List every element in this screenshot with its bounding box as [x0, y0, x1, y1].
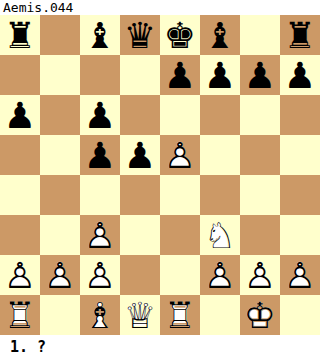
square-f1[interactable] — [200, 295, 240, 335]
square-g1[interactable]: ♚♔ — [240, 295, 280, 335]
piece-white-pawn: ♙ — [80, 255, 120, 295]
square-c7[interactable] — [80, 55, 120, 95]
piece-white-bishop: ♗ — [80, 295, 120, 335]
piece-white-pawn: ♙ — [200, 255, 240, 295]
piece-white-rook-fill: ♜ — [0, 295, 40, 335]
square-f5[interactable] — [200, 135, 240, 175]
square-d5[interactable]: ♟ — [120, 135, 160, 175]
square-c1[interactable]: ♝♗ — [80, 295, 120, 335]
piece-white-pawn-fill: ♟ — [200, 255, 240, 295]
piece-white-pawn-fill: ♟ — [80, 215, 120, 255]
square-d1[interactable]: ♛♕ — [120, 295, 160, 335]
square-h4[interactable] — [280, 175, 320, 215]
square-f2[interactable]: ♟♙ — [200, 255, 240, 295]
square-e6[interactable] — [160, 95, 200, 135]
square-a5[interactable] — [0, 135, 40, 175]
square-e1[interactable]: ♜♖ — [160, 295, 200, 335]
square-a7[interactable] — [0, 55, 40, 95]
square-a8[interactable]: ♜ — [0, 15, 40, 55]
square-d3[interactable] — [120, 215, 160, 255]
square-f7[interactable]: ♟ — [200, 55, 240, 95]
square-b4[interactable] — [40, 175, 80, 215]
square-g3[interactable] — [240, 215, 280, 255]
square-c4[interactable] — [80, 175, 120, 215]
piece-black-pawn: ♟ — [160, 55, 200, 95]
piece-white-pawn: ♙ — [0, 255, 40, 295]
square-h8[interactable]: ♜ — [280, 15, 320, 55]
square-g7[interactable]: ♟ — [240, 55, 280, 95]
square-h6[interactable] — [280, 95, 320, 135]
piece-black-pawn: ♟ — [0, 95, 40, 135]
square-c6[interactable]: ♟ — [80, 95, 120, 135]
square-h5[interactable] — [280, 135, 320, 175]
square-h7[interactable]: ♟ — [280, 55, 320, 95]
puzzle-title: Aemis.044 — [0, 0, 320, 15]
piece-white-rook: ♖ — [0, 295, 40, 335]
piece-white-pawn-fill: ♟ — [0, 255, 40, 295]
piece-white-pawn: ♙ — [80, 215, 120, 255]
chess-board: ♜♝♛♚♝♜♟♟♟♟♟♟♟♟♟♙♟♙♞♘♟♙♟♙♟♙♟♙♟♙♟♙♜♖♝♗♛♕♜♖… — [0, 15, 320, 335]
piece-white-pawn-fill: ♟ — [280, 255, 320, 295]
piece-black-pawn: ♟ — [200, 55, 240, 95]
piece-white-pawn: ♙ — [160, 135, 200, 175]
square-b1[interactable] — [40, 295, 80, 335]
piece-black-queen: ♛ — [120, 15, 160, 55]
square-a3[interactable] — [0, 215, 40, 255]
piece-black-bishop: ♝ — [80, 15, 120, 55]
piece-white-bishop-fill: ♝ — [80, 295, 120, 335]
square-b2[interactable]: ♟♙ — [40, 255, 80, 295]
square-f8[interactable]: ♝ — [200, 15, 240, 55]
piece-white-pawn-fill: ♟ — [160, 135, 200, 175]
square-e7[interactable]: ♟ — [160, 55, 200, 95]
square-d6[interactable] — [120, 95, 160, 135]
piece-black-pawn: ♟ — [240, 55, 280, 95]
square-d4[interactable] — [120, 175, 160, 215]
square-b5[interactable] — [40, 135, 80, 175]
piece-white-queen: ♕ — [120, 295, 160, 335]
square-e5[interactable]: ♟♙ — [160, 135, 200, 175]
piece-black-pawn: ♟ — [120, 135, 160, 175]
square-a1[interactable]: ♜♖ — [0, 295, 40, 335]
square-f4[interactable] — [200, 175, 240, 215]
piece-white-pawn-fill: ♟ — [240, 255, 280, 295]
square-g8[interactable] — [240, 15, 280, 55]
square-e3[interactable] — [160, 215, 200, 255]
piece-black-pawn: ♟ — [80, 95, 120, 135]
square-c3[interactable]: ♟♙ — [80, 215, 120, 255]
piece-black-rook: ♜ — [0, 15, 40, 55]
square-g2[interactable]: ♟♙ — [240, 255, 280, 295]
square-g5[interactable] — [240, 135, 280, 175]
square-d8[interactable]: ♛ — [120, 15, 160, 55]
square-f3[interactable]: ♞♘ — [200, 215, 240, 255]
square-b6[interactable] — [40, 95, 80, 135]
square-b8[interactable] — [40, 15, 80, 55]
square-h2[interactable]: ♟♙ — [280, 255, 320, 295]
square-b7[interactable] — [40, 55, 80, 95]
square-a4[interactable] — [0, 175, 40, 215]
square-g6[interactable] — [240, 95, 280, 135]
piece-white-pawn-fill: ♟ — [80, 255, 120, 295]
square-a6[interactable]: ♟ — [0, 95, 40, 135]
piece-white-king-fill: ♚ — [240, 295, 280, 335]
piece-black-pawn: ♟ — [80, 135, 120, 175]
square-c2[interactable]: ♟♙ — [80, 255, 120, 295]
piece-white-pawn: ♙ — [240, 255, 280, 295]
piece-white-pawn: ♙ — [40, 255, 80, 295]
square-h1[interactable] — [280, 295, 320, 335]
piece-white-knight: ♘ — [200, 215, 240, 255]
square-a2[interactable]: ♟♙ — [0, 255, 40, 295]
square-c8[interactable]: ♝ — [80, 15, 120, 55]
piece-white-queen-fill: ♛ — [120, 295, 160, 335]
piece-white-rook-fill: ♜ — [160, 295, 200, 335]
piece-black-pawn: ♟ — [280, 55, 320, 95]
square-c5[interactable]: ♟ — [80, 135, 120, 175]
piece-white-pawn: ♙ — [280, 255, 320, 295]
square-b3[interactable] — [40, 215, 80, 255]
piece-black-bishop: ♝ — [200, 15, 240, 55]
square-d7[interactable] — [120, 55, 160, 95]
piece-white-king: ♔ — [240, 295, 280, 335]
piece-white-knight-fill: ♞ — [200, 215, 240, 255]
piece-black-king: ♚ — [160, 15, 200, 55]
move-prompt: 1. ? — [0, 335, 320, 360]
square-h3[interactable] — [280, 215, 320, 255]
square-f6[interactable] — [200, 95, 240, 135]
square-e8[interactable]: ♚ — [160, 15, 200, 55]
square-e4[interactable] — [160, 175, 200, 215]
piece-white-pawn-fill: ♟ — [40, 255, 80, 295]
piece-black-rook: ♜ — [280, 15, 320, 55]
piece-white-rook: ♖ — [160, 295, 200, 335]
square-e2[interactable] — [160, 255, 200, 295]
square-g4[interactable] — [240, 175, 280, 215]
chess-puzzle-viewer: Aemis.044 ♜♝♛♚♝♜♟♟♟♟♟♟♟♟♟♙♟♙♞♘♟♙♟♙♟♙♟♙♟♙… — [0, 0, 320, 360]
square-d2[interactable] — [120, 255, 160, 295]
